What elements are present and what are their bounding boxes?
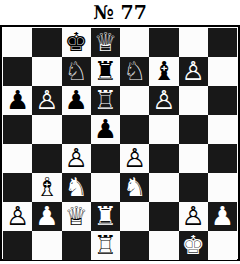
white-pawn-icon: ♟ — [211, 202, 234, 231]
square-b2: ♟ — [32, 202, 61, 231]
square-a4 — [3, 144, 32, 173]
square-d8: ♕ — [91, 28, 120, 57]
white-rook-icon: ♖ — [94, 231, 117, 260]
square-b3: ♗ — [32, 173, 61, 202]
square-e7: ♘ — [120, 57, 149, 86]
square-g1: ♚ — [179, 231, 208, 260]
square-h3 — [208, 173, 237, 202]
square-a6: ♟ — [3, 86, 32, 115]
square-c4: ♙ — [62, 144, 91, 173]
square-a7 — [3, 57, 32, 86]
chess-diagram-page: № 77 ♚♕♘♜♘♝♙♟♙♟♖♙♟♙♙♗♞♞♙♟♕♜♙♟♖♚ — [0, 0, 240, 264]
square-h1 — [208, 231, 237, 260]
chess-board: ♚♕♘♜♘♝♙♟♙♟♖♙♟♙♙♗♞♞♙♟♕♜♙♟♖♚ — [0, 25, 240, 261]
square-g2: ♙ — [179, 202, 208, 231]
square-d3 — [91, 173, 120, 202]
white-pawn-icon: ♟ — [35, 202, 58, 231]
square-f6: ♙ — [149, 86, 178, 115]
square-c1 — [62, 231, 91, 260]
square-a1 — [3, 231, 32, 260]
square-h2: ♟ — [208, 202, 237, 231]
black-knight-icon: ♘ — [123, 57, 146, 86]
white-king-icon: ♚ — [181, 231, 204, 260]
square-g7: ♙ — [179, 57, 208, 86]
black-knight-icon: ♘ — [64, 57, 87, 86]
square-e8 — [120, 28, 149, 57]
square-f2 — [149, 202, 178, 231]
square-g3 — [179, 173, 208, 202]
square-b8 — [32, 28, 61, 57]
square-c2: ♕ — [62, 202, 91, 231]
black-pawn-icon: ♟ — [6, 86, 29, 115]
square-h6 — [208, 86, 237, 115]
square-c5 — [62, 115, 91, 144]
square-g5 — [179, 115, 208, 144]
black-queen-icon: ♕ — [94, 28, 117, 57]
square-a3 — [3, 173, 32, 202]
white-pawn-icon: ♙ — [123, 144, 146, 173]
puzzle-number: № 77 — [0, 0, 240, 24]
square-e4: ♙ — [120, 144, 149, 173]
black-pawn-icon: ♙ — [181, 57, 204, 86]
square-e5 — [120, 115, 149, 144]
square-f8 — [149, 28, 178, 57]
white-bishop-icon: ♗ — [35, 173, 58, 202]
square-g4 — [179, 144, 208, 173]
square-h5 — [208, 115, 237, 144]
black-pawn-icon: ♙ — [152, 86, 175, 115]
square-a5 — [3, 115, 32, 144]
square-g6 — [179, 86, 208, 115]
square-f7: ♝ — [149, 57, 178, 86]
square-f4 — [149, 144, 178, 173]
square-b5 — [32, 115, 61, 144]
square-h7 — [208, 57, 237, 86]
square-g8 — [179, 28, 208, 57]
white-pawn-icon: ♙ — [181, 202, 204, 231]
square-d2: ♜ — [91, 202, 120, 231]
square-e6 — [120, 86, 149, 115]
square-e3: ♞ — [120, 173, 149, 202]
white-knight-icon: ♞ — [64, 173, 87, 202]
white-queen-icon: ♕ — [64, 202, 87, 231]
white-rook-icon: ♜ — [94, 202, 117, 231]
square-b1 — [32, 231, 61, 260]
square-a8 — [3, 28, 32, 57]
square-d7: ♜ — [91, 57, 120, 86]
square-h4 — [208, 144, 237, 173]
square-b6: ♙ — [32, 86, 61, 115]
square-d4 — [91, 144, 120, 173]
square-c6: ♟ — [62, 86, 91, 115]
square-b4 — [32, 144, 61, 173]
square-f1 — [149, 231, 178, 260]
square-d6: ♖ — [91, 86, 120, 115]
square-e1 — [120, 231, 149, 260]
black-pawn-icon: ♟ — [94, 115, 117, 144]
square-f3 — [149, 173, 178, 202]
square-b7 — [32, 57, 61, 86]
square-e2 — [120, 202, 149, 231]
square-a2: ♙ — [3, 202, 32, 231]
black-pawn-icon: ♟ — [64, 86, 87, 115]
square-c8: ♚ — [62, 28, 91, 57]
square-c3: ♞ — [62, 173, 91, 202]
black-rook-icon: ♜ — [94, 57, 117, 86]
square-c7: ♘ — [62, 57, 91, 86]
white-pawn-icon: ♙ — [64, 144, 87, 173]
white-pawn-icon: ♙ — [6, 202, 29, 231]
black-king-icon: ♚ — [64, 28, 87, 57]
white-knight-icon: ♞ — [123, 173, 146, 202]
square-f5 — [149, 115, 178, 144]
square-h8 — [208, 28, 237, 57]
black-rook-icon: ♖ — [94, 86, 117, 115]
square-d1: ♖ — [91, 231, 120, 260]
board-grid: ♚♕♘♜♘♝♙♟♙♟♖♙♟♙♙♗♞♞♙♟♕♜♙♟♖♚ — [3, 28, 237, 258]
black-bishop-icon: ♝ — [152, 57, 175, 86]
square-d5: ♟ — [91, 115, 120, 144]
black-pawn-icon: ♙ — [35, 86, 58, 115]
